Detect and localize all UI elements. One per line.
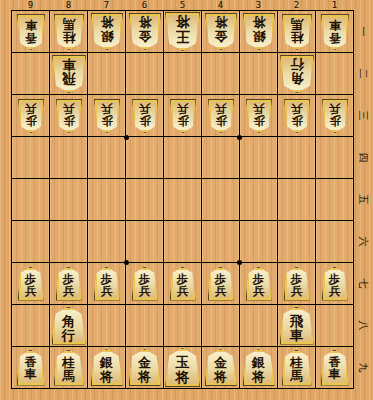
square-5-6[interactable] — [164, 221, 201, 262]
file-label-5: 5 — [164, 0, 201, 10]
koma-kanji: 桂馬 — [62, 356, 75, 383]
square-4-8[interactable] — [202, 305, 239, 346]
koma-kanji: 玉将 — [176, 355, 190, 385]
rank-label-4: 四 — [343, 148, 373, 167]
koma-knight-gote[interactable]: 桂馬 — [282, 14, 312, 50]
koma-lance-sente[interactable]: 香車 — [321, 350, 349, 386]
square-9-7[interactable]: 歩兵 — [12, 263, 49, 304]
square-8-2[interactable]: 飛車 — [50, 53, 87, 94]
koma-kanji: 角行 — [290, 57, 304, 86]
koma-silver-sente[interactable]: 銀将 — [91, 349, 123, 386]
file-label-8: 8 — [50, 0, 87, 10]
koma-knight-sente[interactable]: 桂馬 — [282, 350, 312, 386]
koma-kanji: 桂馬 — [290, 17, 303, 44]
square-9-3[interactable]: 歩兵 — [12, 95, 49, 136]
square-3-9[interactable]: 銀将 — [240, 347, 277, 388]
square-4-4[interactable] — [202, 137, 239, 178]
square-9-5[interactable] — [12, 179, 49, 220]
koma-pawn-gote[interactable]: 歩兵 — [94, 99, 120, 133]
koma-silver-gote[interactable]: 銀将 — [91, 13, 123, 50]
koma-silver-sente[interactable]: 銀将 — [243, 349, 275, 386]
square-6-5[interactable] — [126, 179, 163, 220]
square-6-1[interactable]: 金将 — [126, 11, 163, 52]
square-5-4[interactable] — [164, 137, 201, 178]
square-7-5[interactable] — [88, 179, 125, 220]
square-6-3[interactable]: 歩兵 — [126, 95, 163, 136]
koma-kanji: 桂馬 — [290, 356, 303, 383]
koma-pawn-gote[interactable]: 歩兵 — [18, 99, 44, 133]
square-3-4[interactable] — [240, 137, 277, 178]
koma-pawn-sente[interactable]: 歩兵 — [170, 267, 196, 301]
rank-label-6: 六 — [343, 232, 373, 251]
square-9-1[interactable]: 香車 — [12, 11, 49, 52]
square-7-3[interactable]: 歩兵 — [88, 95, 125, 136]
square-4-1[interactable]: 金将 — [202, 11, 239, 52]
square-6-2[interactable] — [126, 53, 163, 94]
rank-label-5: 五 — [343, 190, 373, 209]
koma-kanji: 歩兵 — [63, 102, 75, 126]
koma-pawn-gote[interactable]: 歩兵 — [246, 99, 272, 133]
koma-kanji: 香車 — [25, 18, 37, 43]
square-8-1[interactable]: 桂馬 — [50, 11, 87, 52]
koma-pawn-sente[interactable]: 歩兵 — [18, 267, 44, 301]
koma-pawn-sente[interactable]: 歩兵 — [322, 267, 348, 301]
koma-pawn-sente[interactable]: 歩兵 — [132, 267, 158, 301]
square-5-1[interactable]: 王将 — [164, 11, 201, 52]
square-8-8[interactable]: 角行 — [50, 305, 87, 346]
square-2-1[interactable]: 桂馬 — [278, 11, 315, 52]
file-label-7: 7 — [88, 0, 125, 10]
koma-kanji: 歩兵 — [253, 273, 265, 297]
square-8-5[interactable] — [50, 179, 87, 220]
koma-silver-gote[interactable]: 銀将 — [243, 13, 275, 50]
koma-kanji: 歩兵 — [101, 102, 113, 126]
koma-kanji: 歩兵 — [177, 273, 189, 297]
koma-kanji: 歩兵 — [215, 273, 227, 297]
koma-pawn-sente[interactable]: 歩兵 — [94, 267, 120, 301]
koma-knight-gote[interactable]: 桂馬 — [54, 14, 84, 50]
koma-kanji: 銀将 — [252, 356, 265, 384]
koma-kanji: 飛車 — [290, 314, 304, 343]
koma-pawn-gote[interactable]: 歩兵 — [132, 99, 158, 133]
square-7-6[interactable] — [88, 221, 125, 262]
koma-kanji: 歩兵 — [291, 102, 303, 126]
square-2-7[interactable]: 歩兵 — [278, 263, 315, 304]
square-9-4[interactable] — [12, 137, 49, 178]
square-3-1[interactable]: 銀将 — [240, 11, 277, 52]
square-5-5[interactable] — [164, 179, 201, 220]
square-5-7[interactable]: 歩兵 — [164, 263, 201, 304]
koma-gold-gote[interactable]: 金将 — [205, 13, 237, 50]
square-8-3[interactable]: 歩兵 — [50, 95, 87, 136]
square-4-7[interactable]: 歩兵 — [202, 263, 239, 304]
koma-rook-gote[interactable]: 飛車 — [52, 55, 86, 93]
square-6-9[interactable]: 金将 — [126, 347, 163, 388]
koma-pawn-gote[interactable]: 歩兵 — [170, 99, 196, 133]
koma-kanji: 香車 — [329, 18, 341, 43]
square-7-4[interactable] — [88, 137, 125, 178]
square-2-8[interactable]: 飛車 — [278, 305, 315, 346]
square-2-9[interactable]: 桂馬 — [278, 347, 315, 388]
koma-knight-sente[interactable]: 桂馬 — [54, 350, 84, 386]
koma-kanji: 金将 — [138, 356, 151, 384]
koma-kanji: 銀将 — [252, 15, 265, 43]
koma-kanji: 角行 — [62, 314, 76, 343]
koma-kanji: 歩兵 — [101, 273, 113, 297]
file-label-9: 9 — [12, 0, 49, 10]
square-2-3[interactable]: 歩兵 — [278, 95, 315, 136]
square-9-8[interactable] — [12, 305, 49, 346]
square-4-9[interactable]: 金将 — [202, 347, 239, 388]
square-3-8[interactable] — [240, 305, 277, 346]
rank-label-3: 三 — [343, 106, 373, 125]
square-8-7[interactable]: 歩兵 — [50, 263, 87, 304]
square-3-6[interactable] — [240, 221, 277, 262]
file-label-1: 1 — [316, 0, 353, 10]
koma-kanji: 歩兵 — [329, 102, 341, 126]
rank-label-2: 二 — [343, 64, 373, 83]
square-7-1[interactable]: 銀将 — [88, 11, 125, 52]
square-4-5[interactable] — [202, 179, 239, 220]
square-3-2[interactable] — [240, 53, 277, 94]
square-6-8[interactable] — [126, 305, 163, 346]
koma-lance-gote[interactable]: 香車 — [17, 14, 45, 50]
koma-kanji: 王将 — [176, 14, 190, 44]
koma-kanji: 歩兵 — [291, 273, 303, 297]
koma-kanji: 香車 — [329, 356, 341, 381]
koma-pawn-gote[interactable]: 歩兵 — [208, 99, 234, 133]
square-3-5[interactable] — [240, 179, 277, 220]
koma-king-sente[interactable]: 玉将 — [165, 348, 200, 387]
square-2-5[interactable] — [278, 179, 315, 220]
square-9-6[interactable] — [12, 221, 49, 262]
koma-kanji: 歩兵 — [329, 273, 341, 297]
square-4-2[interactable] — [202, 53, 239, 94]
koma-bishop-sente[interactable]: 角行 — [52, 307, 86, 345]
square-9-9[interactable]: 香車 — [12, 347, 49, 388]
square-8-6[interactable] — [50, 221, 87, 262]
koma-pawn-sente[interactable]: 歩兵 — [56, 267, 82, 301]
square-9-2[interactable] — [12, 53, 49, 94]
rank-label-9: 九 — [343, 358, 373, 377]
file-label-3: 3 — [240, 0, 277, 10]
file-label-4: 4 — [202, 0, 239, 10]
square-5-8[interactable] — [164, 305, 201, 346]
koma-kanji: 金将 — [214, 15, 227, 43]
koma-lance-gote[interactable]: 香車 — [321, 14, 349, 50]
square-2-2[interactable]: 角行 — [278, 53, 315, 94]
file-label-2: 2 — [278, 0, 315, 10]
square-3-3[interactable]: 歩兵 — [240, 95, 277, 136]
koma-kanji: 金将 — [214, 356, 227, 384]
koma-gold-gote[interactable]: 金将 — [129, 13, 161, 50]
koma-gold-sente[interactable]: 金将 — [129, 349, 161, 386]
square-7-9[interactable]: 銀将 — [88, 347, 125, 388]
koma-bishop-gote[interactable]: 角行 — [280, 55, 314, 93]
koma-pawn-sente[interactable]: 歩兵 — [246, 267, 272, 301]
koma-kanji: 歩兵 — [139, 102, 151, 126]
square-2-6[interactable] — [278, 221, 315, 262]
koma-pawn-sente[interactable]: 歩兵 — [284, 267, 310, 301]
koma-kanji: 銀将 — [100, 356, 113, 384]
koma-kanji: 歩兵 — [177, 102, 189, 126]
koma-pawn-gote[interactable]: 歩兵 — [322, 99, 348, 133]
square-8-9[interactable]: 桂馬 — [50, 347, 87, 388]
square-5-9[interactable]: 玉将 — [164, 347, 201, 388]
koma-gold-sente[interactable]: 金将 — [205, 349, 237, 386]
koma-kanji: 桂馬 — [62, 17, 75, 44]
koma-pawn-gote[interactable]: 歩兵 — [56, 99, 82, 133]
koma-kanji: 歩兵 — [25, 102, 37, 126]
file-labels: 9 8 7 6 5 4 3 2 1 — [12, 0, 353, 10]
koma-kanji: 香車 — [25, 356, 37, 381]
square-8-4[interactable] — [50, 137, 87, 178]
square-7-7[interactable]: 歩兵 — [88, 263, 125, 304]
square-5-2[interactable] — [164, 53, 201, 94]
square-6-4[interactable] — [126, 137, 163, 178]
file-label-6: 6 — [126, 0, 163, 10]
rank-label-8: 八 — [343, 316, 373, 335]
koma-kanji: 金将 — [138, 15, 151, 43]
koma-kanji: 歩兵 — [215, 102, 227, 126]
square-4-6[interactable] — [202, 221, 239, 262]
square-6-7[interactable]: 歩兵 — [126, 263, 163, 304]
koma-rook-sente[interactable]: 飛車 — [280, 307, 314, 345]
koma-kanji: 銀将 — [100, 15, 113, 43]
koma-kanji: 飛車 — [62, 57, 76, 86]
shogi-app: 9 8 7 6 5 4 3 2 1 香車桂馬銀将金将王将金将銀将桂馬香車飛車角行… — [0, 0, 373, 400]
square-5-3[interactable]: 歩兵 — [164, 95, 201, 136]
square-7-2[interactable] — [88, 53, 125, 94]
square-3-7[interactable]: 歩兵 — [240, 263, 277, 304]
koma-pawn-gote[interactable]: 歩兵 — [284, 99, 310, 133]
koma-kanji: 歩兵 — [63, 273, 75, 297]
koma-pawn-sente[interactable]: 歩兵 — [208, 267, 234, 301]
koma-lance-sente[interactable]: 香車 — [17, 350, 45, 386]
koma-kanji: 歩兵 — [139, 273, 151, 297]
koma-kanji: 歩兵 — [25, 273, 37, 297]
rank-labels: 一 二 三 四 五 六 七 八 九 — [354, 11, 373, 388]
koma-kanji: 歩兵 — [253, 102, 265, 126]
shogi-board: 香車桂馬銀将金将王将金将銀将桂馬香車飛車角行歩兵歩兵歩兵歩兵歩兵歩兵歩兵歩兵歩兵… — [11, 10, 354, 389]
square-4-3[interactable]: 歩兵 — [202, 95, 239, 136]
square-7-8[interactable] — [88, 305, 125, 346]
rank-label-7: 七 — [343, 274, 373, 293]
square-2-4[interactable] — [278, 137, 315, 178]
square-6-6[interactable] — [126, 221, 163, 262]
koma-king-gote[interactable]: 王将 — [165, 12, 200, 51]
